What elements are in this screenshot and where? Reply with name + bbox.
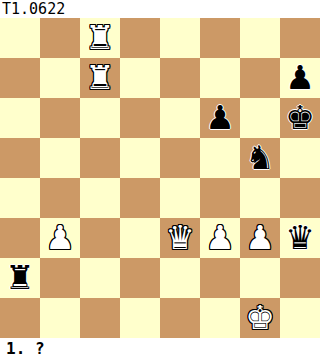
square-d6[interactable] bbox=[120, 98, 160, 138]
square-f2[interactable] bbox=[200, 258, 240, 298]
square-b2[interactable] bbox=[40, 258, 80, 298]
square-e5[interactable] bbox=[160, 138, 200, 178]
puzzle-id: T1.0622 bbox=[0, 0, 320, 18]
square-g6[interactable] bbox=[240, 98, 280, 138]
square-g7[interactable] bbox=[240, 58, 280, 98]
square-f3[interactable]: ♟ bbox=[200, 218, 240, 258]
square-e6[interactable] bbox=[160, 98, 200, 138]
square-b3[interactable]: ♟ bbox=[40, 218, 80, 258]
square-b7[interactable] bbox=[40, 58, 80, 98]
square-h4[interactable] bbox=[280, 178, 320, 218]
square-c3[interactable] bbox=[80, 218, 120, 258]
square-a3[interactable] bbox=[0, 218, 40, 258]
puzzle-page: T1.0622 ♜♜♟♟♚♞♟♛♟♟♛♜♚ 1. ? bbox=[0, 0, 320, 360]
black-pawn: ♟ bbox=[285, 58, 315, 98]
square-f4[interactable] bbox=[200, 178, 240, 218]
square-a4[interactable] bbox=[0, 178, 40, 218]
square-h1[interactable] bbox=[280, 298, 320, 338]
square-h5[interactable] bbox=[280, 138, 320, 178]
square-d5[interactable] bbox=[120, 138, 160, 178]
white-rook: ♜ bbox=[85, 18, 115, 58]
square-h7[interactable]: ♟ bbox=[280, 58, 320, 98]
square-a5[interactable] bbox=[0, 138, 40, 178]
square-f1[interactable] bbox=[200, 298, 240, 338]
square-c6[interactable] bbox=[80, 98, 120, 138]
square-g4[interactable] bbox=[240, 178, 280, 218]
black-pawn: ♟ bbox=[205, 98, 235, 138]
black-knight: ♞ bbox=[245, 138, 275, 178]
square-c7[interactable]: ♜ bbox=[80, 58, 120, 98]
white-queen: ♛ bbox=[165, 218, 195, 258]
square-d1[interactable] bbox=[120, 298, 160, 338]
square-b6[interactable] bbox=[40, 98, 80, 138]
black-king: ♚ bbox=[285, 98, 315, 138]
square-e3[interactable]: ♛ bbox=[160, 218, 200, 258]
square-e8[interactable] bbox=[160, 18, 200, 58]
square-g3[interactable]: ♟ bbox=[240, 218, 280, 258]
square-g2[interactable] bbox=[240, 258, 280, 298]
square-a1[interactable] bbox=[0, 298, 40, 338]
square-c4[interactable] bbox=[80, 178, 120, 218]
square-h3[interactable]: ♛ bbox=[280, 218, 320, 258]
square-a2[interactable]: ♜ bbox=[0, 258, 40, 298]
square-c2[interactable] bbox=[80, 258, 120, 298]
square-f7[interactable] bbox=[200, 58, 240, 98]
white-king: ♚ bbox=[245, 298, 275, 338]
square-a8[interactable] bbox=[0, 18, 40, 58]
square-a6[interactable] bbox=[0, 98, 40, 138]
chess-board: ♜♜♟♟♚♞♟♛♟♟♛♜♚ bbox=[0, 18, 320, 338]
square-e1[interactable] bbox=[160, 298, 200, 338]
square-d4[interactable] bbox=[120, 178, 160, 218]
square-d2[interactable] bbox=[120, 258, 160, 298]
square-g5[interactable]: ♞ bbox=[240, 138, 280, 178]
square-b1[interactable] bbox=[40, 298, 80, 338]
square-e7[interactable] bbox=[160, 58, 200, 98]
square-g1[interactable]: ♚ bbox=[240, 298, 280, 338]
square-b5[interactable] bbox=[40, 138, 80, 178]
square-b4[interactable] bbox=[40, 178, 80, 218]
square-h6[interactable]: ♚ bbox=[280, 98, 320, 138]
square-b8[interactable] bbox=[40, 18, 80, 58]
square-d7[interactable] bbox=[120, 58, 160, 98]
square-c8[interactable]: ♜ bbox=[80, 18, 120, 58]
square-g8[interactable] bbox=[240, 18, 280, 58]
square-c5[interactable] bbox=[80, 138, 120, 178]
square-f8[interactable] bbox=[200, 18, 240, 58]
square-d8[interactable] bbox=[120, 18, 160, 58]
white-rook: ♜ bbox=[85, 58, 115, 98]
square-e2[interactable] bbox=[160, 258, 200, 298]
white-pawn: ♟ bbox=[245, 218, 275, 258]
square-e4[interactable] bbox=[160, 178, 200, 218]
square-f5[interactable] bbox=[200, 138, 240, 178]
move-prompt: 1. ? bbox=[0, 338, 320, 360]
square-c1[interactable] bbox=[80, 298, 120, 338]
square-d3[interactable] bbox=[120, 218, 160, 258]
white-pawn: ♟ bbox=[205, 218, 235, 258]
square-a7[interactable] bbox=[0, 58, 40, 98]
white-pawn: ♟ bbox=[45, 218, 75, 258]
black-rook: ♜ bbox=[5, 258, 35, 298]
square-h8[interactable] bbox=[280, 18, 320, 58]
black-queen: ♛ bbox=[285, 218, 315, 258]
square-f6[interactable]: ♟ bbox=[200, 98, 240, 138]
square-h2[interactable] bbox=[280, 258, 320, 298]
